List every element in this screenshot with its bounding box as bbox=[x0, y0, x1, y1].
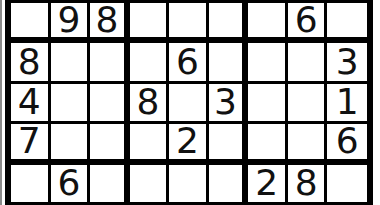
sudoku-cell-r3c3[interactable] bbox=[90, 84, 130, 124]
sudoku-cell-r5c8[interactable]: 8 bbox=[288, 165, 328, 205]
sudoku-cell-r2c9[interactable]: 3 bbox=[327, 43, 367, 83]
sudoku-cell-r4c3[interactable] bbox=[90, 124, 130, 164]
sudoku-cell-r4c6[interactable] bbox=[209, 124, 249, 164]
sudoku-cell-r4c4[interactable] bbox=[130, 124, 170, 164]
sudoku-board: 9868634831726628 bbox=[5, 0, 373, 205]
sudoku-cell-r3c7[interactable] bbox=[248, 84, 288, 124]
sudoku-cell-r1c1[interactable] bbox=[11, 3, 51, 43]
sudoku-cell-r2c8[interactable] bbox=[288, 43, 328, 83]
sudoku-cell-r2c3[interactable] bbox=[90, 43, 130, 83]
sudoku-cell-r3c1[interactable]: 4 bbox=[11, 84, 51, 124]
sudoku-cell-r2c4[interactable] bbox=[130, 43, 170, 83]
sudoku-cell-r5c1[interactable] bbox=[11, 165, 51, 205]
sudoku-cell-r5c2[interactable]: 6 bbox=[51, 165, 91, 205]
sudoku-cell-r1c6[interactable] bbox=[209, 3, 249, 43]
sudoku-cell-r5c7[interactable]: 2 bbox=[248, 165, 288, 205]
sudoku-cell-r5c6[interactable] bbox=[209, 165, 249, 205]
sudoku-cell-r3c9[interactable]: 1 bbox=[327, 84, 367, 124]
sudoku-cell-r3c6[interactable]: 3 bbox=[209, 84, 249, 124]
sudoku-cell-r5c5[interactable] bbox=[169, 165, 209, 205]
sudoku-cell-r4c8[interactable] bbox=[288, 124, 328, 164]
sudoku-cell-r4c2[interactable] bbox=[51, 124, 91, 164]
sudoku-cell-r4c5[interactable]: 2 bbox=[169, 124, 209, 164]
sudoku-cell-r5c3[interactable] bbox=[90, 165, 130, 205]
sudoku-cell-r2c5[interactable]: 6 bbox=[169, 43, 209, 83]
sudoku-cell-r5c4[interactable] bbox=[130, 165, 170, 205]
sudoku-cell-r1c2[interactable]: 9 bbox=[51, 3, 91, 43]
sudoku-cell-r2c6[interactable] bbox=[209, 43, 249, 83]
sudoku-cell-r1c9[interactable] bbox=[327, 3, 367, 43]
sudoku-cell-r3c2[interactable] bbox=[51, 84, 91, 124]
sudoku-cell-r4c7[interactable] bbox=[248, 124, 288, 164]
sudoku-cell-r1c7[interactable] bbox=[248, 3, 288, 43]
sudoku-cell-r2c2[interactable] bbox=[51, 43, 91, 83]
sudoku-cell-r2c1[interactable]: 8 bbox=[11, 43, 51, 83]
sudoku-cell-r2c7[interactable] bbox=[248, 43, 288, 83]
sudoku-cell-r1c8[interactable]: 6 bbox=[288, 3, 328, 43]
sudoku-cell-r3c4[interactable]: 8 bbox=[130, 84, 170, 124]
sudoku-cell-r1c3[interactable]: 8 bbox=[90, 3, 130, 43]
sudoku-cell-r3c8[interactable] bbox=[288, 84, 328, 124]
sudoku-screenshot: 9868634831726628 bbox=[0, 0, 380, 205]
sudoku-cell-r1c5[interactable] bbox=[169, 3, 209, 43]
sudoku-cell-r5c9[interactable] bbox=[327, 165, 367, 205]
sudoku-cell-r1c4[interactable] bbox=[130, 3, 170, 43]
sudoku-cell-r4c1[interactable]: 7 bbox=[11, 124, 51, 164]
left-edge-artifact bbox=[0, 0, 2, 205]
sudoku-cell-r4c9[interactable]: 6 bbox=[327, 124, 367, 164]
sudoku-cell-r3c5[interactable] bbox=[169, 84, 209, 124]
